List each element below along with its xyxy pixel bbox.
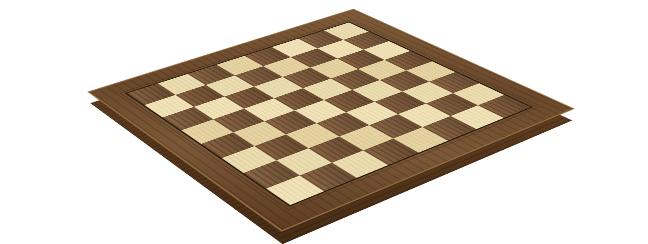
playing-field-border bbox=[125, 22, 534, 207]
board-squares-grid bbox=[127, 22, 530, 205]
product-photo bbox=[0, 0, 648, 244]
chessboard bbox=[87, 9, 574, 232]
